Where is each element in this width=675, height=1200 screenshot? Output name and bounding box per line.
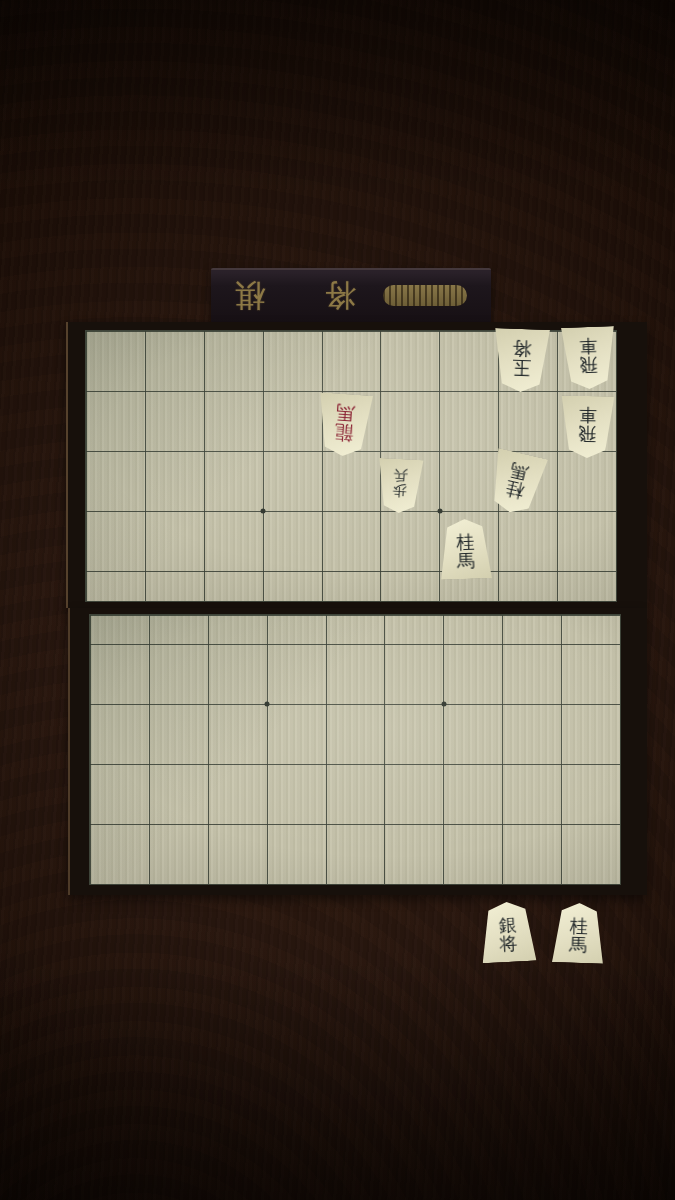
piece-gote-knight-2c[interactable]: 桂馬 [484, 448, 549, 518]
piece-kanji: 将 [499, 934, 518, 953]
piece-gote-rook-1b[interactable]: 飛車 [559, 396, 615, 459]
piece-gote-king-2a[interactable]: 玉将 [492, 328, 551, 393]
piece-kanji: 馬 [508, 461, 530, 483]
piece-kanji: 歩 [393, 483, 408, 498]
piece-sente-silver-in-hand[interactable]: 銀将 [478, 901, 537, 964]
piece-kanji: 将 [512, 338, 532, 358]
piece-kanji: 車 [579, 337, 598, 356]
piece-gote-promoted-bishop-5b[interactable]: 龍馬 [314, 392, 373, 458]
piece-gote-rook-1a[interactable]: 飛車 [560, 326, 617, 390]
piece-kanji: 馬 [456, 551, 475, 570]
piece-sente-knight-in-hand[interactable]: 桂馬 [550, 902, 605, 964]
piece-kanji: 飛 [578, 424, 596, 443]
piece-kanji: 馬 [335, 403, 355, 424]
piece-kanji: 車 [578, 406, 596, 425]
piece-kanji: 飛 [579, 355, 598, 374]
piece-kanji: 龍 [333, 422, 353, 443]
pieces-layer: 玉将飛車飛車龍馬歩兵桂馬桂馬銀将桂馬 [0, 0, 675, 1200]
piece-sente-knight-3d[interactable]: 桂馬 [438, 518, 493, 580]
piece-kanji: 馬 [568, 935, 587, 954]
piece-kanji: 兵 [393, 469, 408, 484]
piece-gote-pawn-4c[interactable]: 歩兵 [376, 458, 425, 514]
